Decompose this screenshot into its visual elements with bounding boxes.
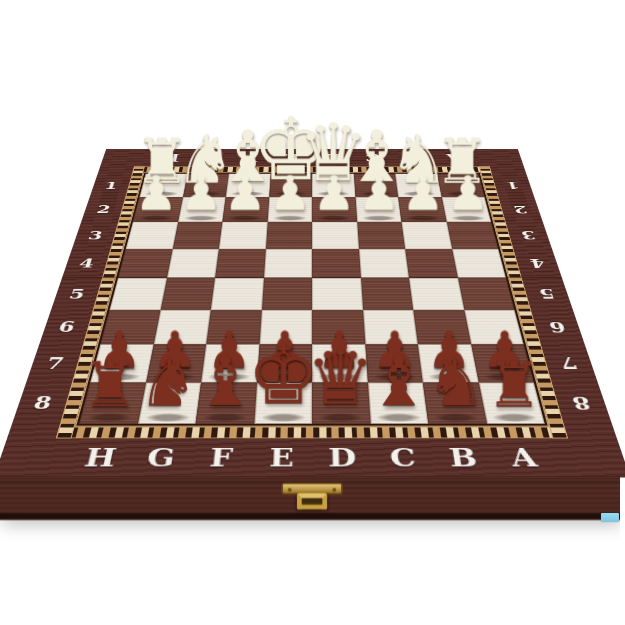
file-label-near-H: H bbox=[65, 439, 135, 478]
square-e4 bbox=[264, 249, 313, 278]
rank-label-right-6: 6 bbox=[531, 310, 585, 345]
rank-label-left-2: 2 bbox=[81, 197, 125, 222]
square-a2: ♟ bbox=[441, 197, 491, 222]
square-c1: ♝ bbox=[354, 174, 399, 197]
square-b5 bbox=[409, 278, 464, 310]
fold-seam bbox=[62, 277, 563, 278]
file-label-near-G: G bbox=[127, 439, 194, 478]
square-d4 bbox=[312, 249, 361, 278]
piece-white-rook-h1: ♜ bbox=[134, 131, 189, 193]
piece-red-knight-b8: ♞ bbox=[426, 349, 486, 416]
piece-white-pawn-e2: ♟ bbox=[268, 169, 311, 217]
piece-red-rook-a8: ♜ bbox=[486, 354, 541, 416]
piece-white-rook-a1: ♜ bbox=[434, 131, 489, 193]
chess-board: HGFEDCBA HGFEDCBA 12345678 12345678 ♜♞♝♚… bbox=[62, 28, 562, 528]
square-f4 bbox=[215, 249, 265, 278]
rank-label-left-3: 3 bbox=[72, 222, 118, 249]
square-e1: ♚ bbox=[269, 174, 312, 197]
square-h8: ♜ bbox=[79, 382, 145, 424]
square-f2: ♟ bbox=[222, 197, 268, 222]
square-d2: ♟ bbox=[312, 197, 357, 222]
square-h5 bbox=[110, 278, 167, 310]
piece-white-pawn-f2: ♟ bbox=[224, 169, 267, 217]
piece-white-knight-g1: ♞ bbox=[175, 125, 235, 192]
piece-red-rook-h8: ♜ bbox=[82, 354, 137, 416]
clasp-screw bbox=[288, 488, 292, 492]
piece-white-knight-b1: ♞ bbox=[389, 125, 449, 192]
clasp-screw bbox=[332, 488, 336, 492]
file-labels-far: HGFEDCBA bbox=[148, 149, 477, 166]
square-g5 bbox=[160, 278, 215, 310]
piece-shadow bbox=[360, 191, 392, 196]
square-h2: ♟ bbox=[133, 197, 183, 222]
square-b8: ♞ bbox=[423, 382, 487, 424]
square-c5 bbox=[361, 278, 414, 310]
piece-shadow bbox=[362, 216, 396, 221]
file-label-far-C: C bbox=[352, 149, 394, 166]
piece-white-pawn-b2: ♟ bbox=[402, 169, 445, 217]
square-e2: ♟ bbox=[267, 197, 312, 222]
piece-shadow bbox=[228, 216, 262, 221]
square-h1: ♜ bbox=[140, 174, 188, 197]
file-label-far-B: B bbox=[392, 149, 435, 166]
square-h4 bbox=[118, 249, 172, 278]
square-d5 bbox=[312, 278, 363, 310]
square-d8: ♛ bbox=[312, 382, 370, 424]
piece-red-bishop-c8: ♝ bbox=[368, 347, 430, 416]
board-surface: HGFEDCBA HGFEDCBA 12345678 12345678 ♜♞♝♚… bbox=[0, 149, 625, 477]
piece-shadow bbox=[139, 216, 173, 221]
piece-shadow bbox=[231, 191, 263, 196]
rank-label-right-5: 5 bbox=[522, 278, 573, 310]
file-label-far-F: F bbox=[230, 149, 272, 166]
square-a1: ♜ bbox=[437, 174, 485, 197]
file-label-far-G: G bbox=[189, 149, 232, 166]
square-b2: ♟ bbox=[398, 197, 446, 222]
square-b3 bbox=[402, 222, 452, 249]
piece-shadow bbox=[318, 216, 351, 221]
photo-canvas: HGFEDCBA HGFEDCBA 12345678 12345678 ♜♞♝♚… bbox=[0, 0, 625, 625]
piece-shadow bbox=[406, 216, 440, 221]
square-d1: ♛ bbox=[312, 174, 355, 197]
file-label-far-E: E bbox=[271, 149, 312, 166]
mosaic-border-top bbox=[132, 167, 491, 173]
file-label-near-B: B bbox=[430, 439, 497, 478]
square-a4 bbox=[452, 249, 506, 278]
square-a3 bbox=[446, 222, 498, 249]
file-label-near-C: C bbox=[371, 439, 435, 478]
square-c3 bbox=[357, 222, 405, 249]
piece-red-knight-g8: ♞ bbox=[138, 349, 198, 416]
file-label-near-D: D bbox=[312, 439, 374, 478]
board-front-edge bbox=[0, 476, 625, 519]
piece-shadow bbox=[403, 191, 436, 196]
square-f1: ♝ bbox=[226, 174, 271, 197]
piece-white-king-e1: ♚ bbox=[252, 106, 330, 193]
file-labels-near: HGFEDCBA bbox=[65, 439, 559, 478]
clasp-loop bbox=[297, 493, 328, 510]
piece-shadow bbox=[274, 191, 306, 196]
rank-label-left-1: 1 bbox=[90, 174, 132, 197]
rank-label-left-4: 4 bbox=[62, 249, 110, 278]
square-b1: ♞ bbox=[395, 174, 441, 197]
square-e8: ♚ bbox=[254, 382, 312, 424]
playing-field: ♜♞♝♚♛♝♞♜♟♟♟♟♟♟♟♟♟♟♟♟♟♟♟♟♜♞♝♚♛♝♞♜ bbox=[79, 174, 545, 424]
square-d3 bbox=[312, 222, 359, 249]
piece-shadow bbox=[318, 191, 350, 196]
piece-white-pawn-d2: ♟ bbox=[313, 169, 356, 217]
piece-shadow bbox=[273, 216, 306, 221]
brass-clasp bbox=[281, 483, 342, 514]
square-g4 bbox=[167, 249, 219, 278]
square-c2: ♟ bbox=[355, 197, 401, 222]
piece-white-pawn-a2: ♟ bbox=[446, 169, 489, 217]
rank-label-right-4: 4 bbox=[514, 249, 562, 278]
square-e3 bbox=[265, 222, 312, 249]
piece-shadow bbox=[184, 216, 218, 221]
file-label-near-A: A bbox=[489, 439, 559, 478]
square-g2: ♟ bbox=[178, 197, 226, 222]
piece-white-pawn-c2: ♟ bbox=[357, 169, 400, 217]
square-b4 bbox=[405, 249, 457, 278]
piece-white-bishop-f1: ♝ bbox=[216, 122, 279, 193]
file-label-near-F: F bbox=[188, 439, 252, 478]
watermark-sticker bbox=[601, 513, 619, 522]
piece-red-queen-d8: ♛ bbox=[307, 340, 375, 416]
square-c8: ♝ bbox=[367, 382, 428, 424]
rank-label-right-1: 1 bbox=[492, 174, 534, 197]
piece-white-pawn-h2: ♟ bbox=[135, 169, 178, 217]
file-label-far-D: D bbox=[312, 149, 353, 166]
square-e5 bbox=[261, 278, 312, 310]
file-label-far-H: H bbox=[148, 149, 193, 166]
piece-shadow bbox=[188, 191, 221, 196]
square-h3 bbox=[126, 222, 178, 249]
square-f5 bbox=[211, 278, 264, 310]
square-a5 bbox=[458, 278, 515, 310]
square-f3 bbox=[219, 222, 267, 249]
piece-shadow bbox=[145, 191, 178, 196]
rank-label-right-2: 2 bbox=[499, 197, 543, 222]
piece-white-queen-d1: ♛ bbox=[298, 113, 369, 192]
piece-white-bishop-c1: ♝ bbox=[345, 122, 408, 193]
file-label-near-E: E bbox=[250, 439, 312, 478]
square-g1: ♞ bbox=[183, 174, 229, 197]
square-c4 bbox=[359, 249, 409, 278]
piece-white-pawn-g2: ♟ bbox=[179, 169, 222, 217]
rank-label-right-3: 3 bbox=[506, 222, 552, 249]
file-label-far-A: A bbox=[432, 149, 477, 166]
piece-shadow bbox=[451, 216, 485, 221]
square-a8: ♜ bbox=[478, 382, 544, 424]
square-g3 bbox=[172, 222, 222, 249]
square-g8: ♞ bbox=[137, 382, 201, 424]
piece-shadow bbox=[446, 191, 479, 196]
rank-label-right-7: 7 bbox=[541, 344, 598, 382]
mosaic-border-bottom bbox=[56, 427, 568, 439]
